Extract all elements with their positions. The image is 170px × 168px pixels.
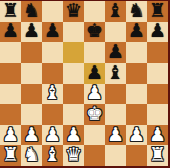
square-h7[interactable]: ♟ <box>147 22 168 43</box>
black-rook: ♜ <box>2 1 19 20</box>
black-pawn: ♟ <box>44 22 61 41</box>
white-rook: ♜ <box>149 145 166 164</box>
square-d8[interactable]: ♛ <box>63 1 84 22</box>
square-g3[interactable] <box>126 104 147 125</box>
square-e5[interactable]: ♟ <box>84 63 105 84</box>
square-c7[interactable]: ♟ <box>42 22 63 43</box>
black-pawn: ♟ <box>2 22 19 41</box>
black-pawn: ♟ <box>149 22 166 41</box>
square-g5[interactable] <box>126 63 147 84</box>
white-pawn: ♟ <box>107 125 124 144</box>
square-d2[interactable]: ♟ <box>63 125 84 146</box>
square-f4[interactable] <box>105 84 126 105</box>
square-a3[interactable] <box>0 104 21 125</box>
white-pawn: ♟ <box>86 84 103 103</box>
square-f8[interactable]: ♝ <box>105 1 126 22</box>
white-rook: ♜ <box>2 145 19 164</box>
black-rook: ♜ <box>149 1 166 20</box>
square-a6[interactable] <box>0 42 21 63</box>
white-pawn: ♟ <box>2 125 19 144</box>
square-c5[interactable] <box>42 63 63 84</box>
white-pawn: ♟ <box>128 125 145 144</box>
square-g8[interactable]: ♞ <box>126 1 147 22</box>
square-c4[interactable]: ♝ <box>42 84 63 105</box>
white-bishop: ♝ <box>44 84 61 103</box>
chess-board-frame: ♜♞♛♝♞♜♟♟♟♚♟♟♟♟♝♝♟♚♟♟♟♟♟♟♟♜♞♝♛♜ <box>0 0 170 168</box>
black-pawn: ♟ <box>86 63 103 82</box>
square-e8[interactable] <box>84 1 105 22</box>
square-a7[interactable]: ♟ <box>0 22 21 43</box>
black-pawn: ♟ <box>23 22 40 41</box>
square-b5[interactable] <box>21 63 42 84</box>
square-d4[interactable] <box>63 84 84 105</box>
square-h2[interactable]: ♟ <box>147 125 168 146</box>
square-f7[interactable] <box>105 22 126 43</box>
square-f2[interactable]: ♟ <box>105 125 126 146</box>
square-d3[interactable] <box>63 104 84 125</box>
black-pawn: ♟ <box>128 22 145 41</box>
square-e4[interactable]: ♟ <box>84 84 105 105</box>
square-g7[interactable]: ♟ <box>126 22 147 43</box>
square-e6[interactable] <box>84 42 105 63</box>
square-h1[interactable]: ♜ <box>147 145 168 166</box>
square-f1[interactable] <box>105 145 126 166</box>
square-e2[interactable] <box>84 125 105 146</box>
square-a2[interactable]: ♟ <box>0 125 21 146</box>
square-d7[interactable] <box>63 22 84 43</box>
square-c3[interactable] <box>42 104 63 125</box>
square-g2[interactable]: ♟ <box>126 125 147 146</box>
square-c1[interactable]: ♝ <box>42 145 63 166</box>
square-b2[interactable]: ♟ <box>21 125 42 146</box>
square-h6[interactable] <box>147 42 168 63</box>
square-d1[interactable]: ♛ <box>63 145 84 166</box>
square-b7[interactable]: ♟ <box>21 22 42 43</box>
white-pawn: ♟ <box>65 125 82 144</box>
square-g6[interactable] <box>126 42 147 63</box>
white-bishop: ♝ <box>44 145 61 164</box>
square-h5[interactable] <box>147 63 168 84</box>
black-knight: ♞ <box>23 1 40 20</box>
white-pawn: ♟ <box>149 125 166 144</box>
square-a8[interactable]: ♜ <box>0 1 21 22</box>
square-b3[interactable] <box>21 104 42 125</box>
white-queen: ♛ <box>65 145 82 164</box>
black-king: ♚ <box>86 22 103 41</box>
square-f6[interactable]: ♟ <box>105 42 126 63</box>
square-h8[interactable]: ♜ <box>147 1 168 22</box>
square-e7[interactable]: ♚ <box>84 22 105 43</box>
square-g4[interactable] <box>126 84 147 105</box>
square-h4[interactable] <box>147 84 168 105</box>
square-h3[interactable] <box>147 104 168 125</box>
square-b6[interactable] <box>21 42 42 63</box>
square-a1[interactable]: ♜ <box>0 145 21 166</box>
white-knight: ♞ <box>23 145 40 164</box>
black-knight: ♞ <box>128 1 145 20</box>
square-g1[interactable] <box>126 145 147 166</box>
square-f3[interactable] <box>105 104 126 125</box>
black-queen: ♛ <box>65 1 82 20</box>
white-pawn: ♟ <box>23 125 40 144</box>
black-pawn: ♟ <box>107 42 124 61</box>
square-c2[interactable]: ♟ <box>42 125 63 146</box>
chess-board: ♜♞♛♝♞♜♟♟♟♚♟♟♟♟♝♝♟♚♟♟♟♟♟♟♟♜♞♝♛♜ <box>0 1 168 166</box>
square-c8[interactable] <box>42 1 63 22</box>
square-a4[interactable] <box>0 84 21 105</box>
black-bishop: ♝ <box>107 63 124 82</box>
square-d6[interactable] <box>63 42 84 63</box>
square-f5[interactable]: ♝ <box>105 63 126 84</box>
square-e3[interactable]: ♚ <box>84 104 105 125</box>
black-bishop: ♝ <box>107 1 124 20</box>
square-c6[interactable] <box>42 42 63 63</box>
white-pawn: ♟ <box>44 125 61 144</box>
white-king: ♚ <box>86 104 103 123</box>
square-d5[interactable] <box>63 63 84 84</box>
square-b1[interactable]: ♞ <box>21 145 42 166</box>
square-a5[interactable] <box>0 63 21 84</box>
square-b8[interactable]: ♞ <box>21 1 42 22</box>
square-b4[interactable] <box>21 84 42 105</box>
square-e1[interactable] <box>84 145 105 166</box>
